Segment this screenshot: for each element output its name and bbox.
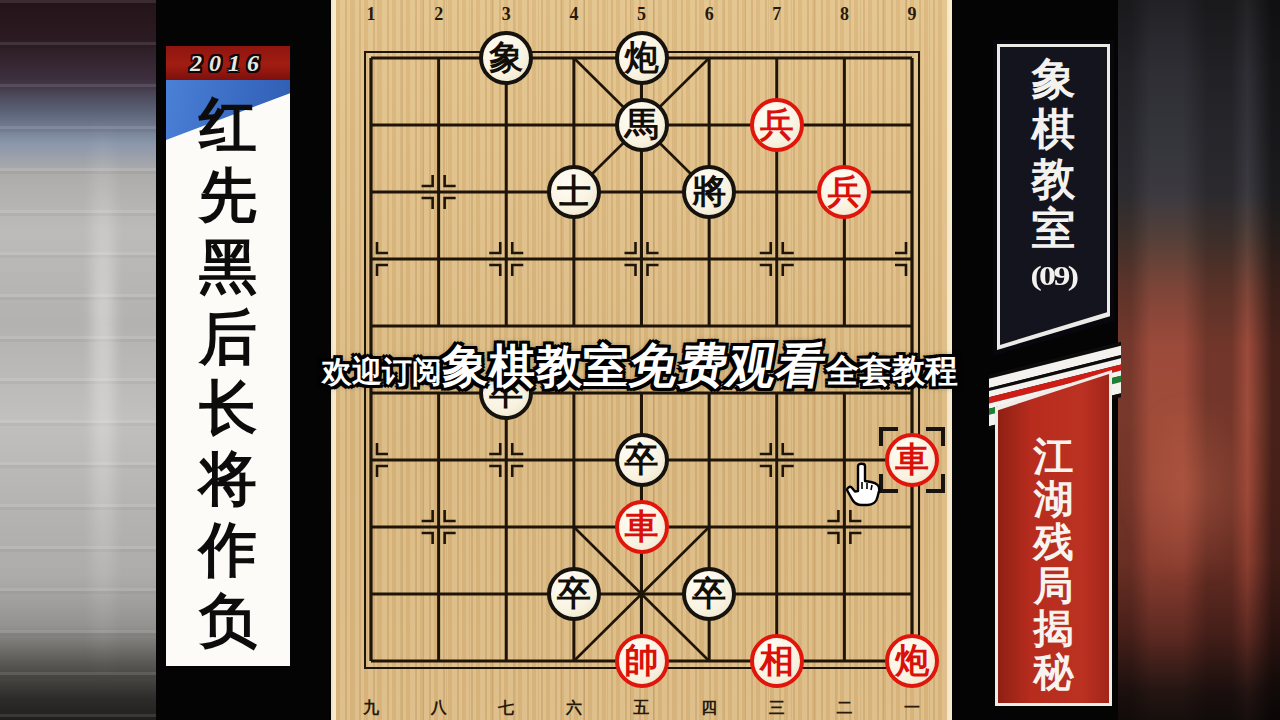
banner-char: 黑 xyxy=(199,235,257,300)
episode-number: (09) xyxy=(1030,261,1076,292)
black-piece-馬[interactable]: 馬 xyxy=(615,98,669,152)
black-piece-士[interactable]: 士 xyxy=(547,165,601,219)
banner-char: 棋 xyxy=(1032,105,1076,155)
promo-overlay-text: 欢迎订阅象棋教室免费观看全套教程 xyxy=(326,334,954,398)
banner-char: 后 xyxy=(199,306,257,371)
left-banner-title: 红先黑后长将作负 xyxy=(166,94,290,654)
column-label-bottom: 九 xyxy=(356,698,386,719)
year-bar: 2016 xyxy=(166,46,290,80)
banner-char: 将 xyxy=(199,448,257,513)
video-frame: 2016 红先黑后长将作负 123456789 九八七六五四三二一 象炮馬兵士將… xyxy=(0,0,1280,720)
column-label-bottom: 二 xyxy=(829,698,859,719)
piece-glyph: 兵 xyxy=(760,102,794,148)
piece-glyph: 象 xyxy=(489,35,523,81)
piece-glyph: 帥 xyxy=(625,638,659,684)
red-piece-車[interactable]: 車 xyxy=(615,500,669,554)
column-label-top: 8 xyxy=(829,4,859,25)
banner-char: 湖 xyxy=(1034,478,1074,521)
promo-text-segment: 全套教程 xyxy=(826,349,958,394)
piece-glyph: 將 xyxy=(692,169,726,215)
black-piece-卒[interactable]: 卒 xyxy=(547,567,601,621)
piece-glyph: 車 xyxy=(895,437,929,483)
column-label-bottom: 五 xyxy=(627,698,657,719)
series-title: 象棋教室 xyxy=(1032,55,1076,255)
left-title-banner: 2016 红先黑后长将作负 xyxy=(166,46,290,666)
piece-glyph: 馬 xyxy=(625,102,659,148)
red-piece-車[interactable]: 車 xyxy=(885,433,939,487)
red-piece-炮[interactable]: 炮 xyxy=(885,634,939,688)
blur-highlight xyxy=(92,120,114,680)
red-piece-帥[interactable]: 帥 xyxy=(615,634,669,688)
series-panel: 象棋教室 (09) xyxy=(1000,47,1107,345)
banner-char: 局 xyxy=(1034,564,1074,607)
banner-char: 长 xyxy=(199,377,257,442)
column-label-top: 5 xyxy=(627,4,657,25)
column-label-bottom: 一 xyxy=(897,698,927,719)
banner-char: 作 xyxy=(199,518,257,583)
black-piece-卒[interactable]: 卒 xyxy=(615,433,669,487)
piece-glyph: 士 xyxy=(557,169,591,215)
piece-glyph: 相 xyxy=(760,638,794,684)
column-label-bottom: 七 xyxy=(491,698,521,719)
piece-glyph: 炮 xyxy=(895,638,929,684)
topic-title: 江湖残局揭秘 xyxy=(1034,435,1074,693)
column-label-top: 2 xyxy=(424,4,454,25)
piece-glyph: 卒 xyxy=(692,571,726,617)
black-piece-將[interactable]: 將 xyxy=(682,165,736,219)
black-piece-炮[interactable]: 炮 xyxy=(615,31,669,85)
column-label-top: 9 xyxy=(897,4,927,25)
piece-glyph: 炮 xyxy=(625,35,659,81)
promo-text-segment: 免费观看 xyxy=(624,334,831,398)
piece-glyph: 卒 xyxy=(557,571,591,617)
right-blurred-background xyxy=(1118,0,1280,720)
banner-char: 教 xyxy=(1032,155,1076,205)
red-piece-兵[interactable]: 兵 xyxy=(817,165,871,219)
blur-highlight xyxy=(1128,400,1258,580)
topic-panel: 江湖残局揭秘 xyxy=(998,374,1109,703)
column-label-bottom: 六 xyxy=(559,698,589,719)
column-label-top: 3 xyxy=(491,4,521,25)
column-label-top: 1 xyxy=(356,4,386,25)
banner-char: 江 xyxy=(1034,435,1074,478)
banner-char: 残 xyxy=(1034,521,1074,564)
banner-char: 秘 xyxy=(1034,650,1074,693)
banner-char: 室 xyxy=(1032,205,1076,255)
promo-text-segment: 象棋教室 xyxy=(442,336,630,398)
red-piece-相[interactable]: 相 xyxy=(750,634,804,688)
piece-glyph: 車 xyxy=(625,504,659,550)
banner-char: 揭 xyxy=(1034,607,1074,650)
piece-glyph: 卒 xyxy=(625,437,659,483)
left-banner-body: 红先黑后长将作负 xyxy=(166,80,290,666)
piece-glyph: 兵 xyxy=(827,169,861,215)
column-label-bottom: 四 xyxy=(694,698,724,719)
black-piece-象[interactable]: 象 xyxy=(479,31,533,85)
column-label-bottom: 八 xyxy=(424,698,454,719)
banner-char: 负 xyxy=(199,589,257,654)
banner-char: 先 xyxy=(199,164,257,229)
column-label-bottom: 三 xyxy=(762,698,792,719)
black-piece-卒[interactable]: 卒 xyxy=(682,567,736,621)
left-blurred-background xyxy=(0,0,156,720)
banner-char: 红 xyxy=(199,93,257,158)
year-label: 2016 xyxy=(190,50,266,77)
banner-char: 象 xyxy=(1032,55,1076,105)
column-label-top: 7 xyxy=(762,4,792,25)
column-label-top: 6 xyxy=(694,4,724,25)
promo-text-segment: 欢迎订阅 xyxy=(322,352,442,393)
red-piece-兵[interactable]: 兵 xyxy=(750,98,804,152)
right-title-banner: 象棋教室 (09) 江湖残局揭秘 xyxy=(993,40,1114,670)
column-label-top: 4 xyxy=(559,4,589,25)
